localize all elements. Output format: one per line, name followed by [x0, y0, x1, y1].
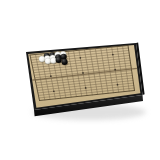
product-photo — [0, 0, 160, 160]
go-board — [0, 0, 160, 160]
star-point — [50, 75, 52, 77]
white-stone — [45, 58, 51, 64]
star-point — [79, 57, 81, 59]
star-point — [53, 90, 55, 92]
black-stone — [56, 57, 62, 63]
star-point — [117, 84, 119, 86]
white-stone — [39, 56, 45, 62]
black-stone — [62, 59, 68, 65]
star-point — [82, 72, 84, 74]
star-point — [112, 54, 114, 56]
star-point — [85, 87, 87, 89]
star-point — [114, 69, 116, 71]
white-stone — [50, 57, 56, 63]
